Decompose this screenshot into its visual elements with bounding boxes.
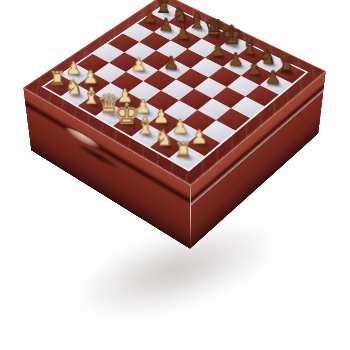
square-e4	[161, 79, 194, 100]
square-g8	[255, 54, 287, 74]
square-d7	[188, 39, 219, 58]
square-b4	[109, 52, 141, 72]
square-h6	[246, 85, 279, 106]
square-e5	[176, 68, 209, 88]
square-b2	[77, 74, 110, 95]
square-f3	[164, 100, 198, 122]
square-f8	[237, 46, 269, 65]
square-a1	[44, 75, 77, 96]
square-h4	[216, 108, 250, 130]
square-b5	[124, 42, 156, 61]
square-f5	[194, 78, 227, 99]
square-d2	[112, 92, 146, 114]
square-f7	[223, 56, 255, 76]
square-a4	[93, 44, 125, 63]
square-h3	[201, 120, 235, 143]
square-a3	[77, 54, 109, 74]
square-c4	[126, 61, 158, 81]
square-h5	[231, 97, 265, 119]
square-f4	[179, 89, 212, 110]
square-d5	[158, 59, 190, 79]
square-a2	[61, 65, 94, 85]
square-b3	[93, 63, 126, 83]
square-h1	[169, 145, 205, 169]
square-d4	[143, 70, 176, 90]
square-f2	[148, 112, 182, 134]
square-c1	[78, 94, 112, 116]
square-e3	[145, 91, 178, 112]
square-c3	[110, 72, 143, 93]
square-c2	[94, 83, 127, 104]
square-g1	[150, 135, 185, 159]
square-h2	[185, 132, 220, 156]
square-f1	[131, 124, 166, 147]
square-b1	[61, 85, 94, 106]
square-e7	[205, 47, 237, 66]
square-g3	[182, 110, 216, 132]
square-g2	[166, 122, 201, 145]
square-c5	[141, 51, 173, 71]
square-h8	[273, 63, 305, 83]
square-d3	[128, 81, 161, 102]
product-photo-scene: ♜♞♝♛♚♝♞♜♟♟♟♟♟♟♟♟♟♟♟♟♟♟♟♟♜♞♝♛♚♝♞♜	[0, 0, 350, 350]
square-a5	[108, 34, 139, 53]
square-f6	[209, 67, 241, 87]
square-g4	[197, 98, 231, 120]
square-e1	[113, 114, 147, 137]
square-g5	[212, 87, 245, 108]
square-c6	[156, 40, 188, 59]
square-g7	[241, 65, 273, 85]
square-g6	[227, 76, 260, 97]
square-d1	[95, 104, 129, 126]
square-d6	[173, 49, 205, 68]
square-e8	[219, 37, 250, 56]
square-e2	[130, 102, 164, 124]
square-e6	[191, 58, 223, 78]
square-h7	[260, 74, 293, 95]
square-b6	[139, 32, 170, 51]
